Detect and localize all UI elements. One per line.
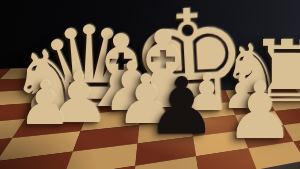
chess-photo-scene: ♞♟♛♟♝♟♟♝♚♟♟♟♞♜♟ bbox=[0, 0, 300, 169]
piece-white-pawn-b7: ♟ bbox=[18, 73, 72, 133]
piece-black-pawn-e6: ♟ bbox=[147, 67, 217, 145]
piece-white-pawn-g6: ♟ bbox=[225, 72, 295, 150]
